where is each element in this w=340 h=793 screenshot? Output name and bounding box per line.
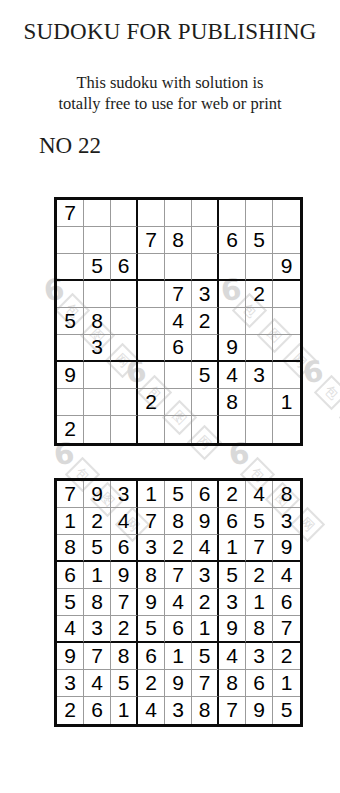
puzzle-cell	[219, 416, 246, 443]
solution-cell: 6	[57, 562, 84, 589]
solution-cell: 8	[138, 562, 165, 589]
solution-cell: 4	[84, 670, 111, 697]
watermark-tile: 包	[314, 375, 340, 410]
puzzle-cell: 3	[192, 281, 219, 308]
solution-cell: 3	[273, 508, 300, 535]
puzzle-cell	[192, 335, 219, 362]
solution-cell: 9	[192, 508, 219, 535]
puzzle-cell	[219, 308, 246, 335]
solution-cell: 1	[138, 481, 165, 508]
puzzle-cell: 4	[165, 308, 192, 335]
solution-cell: 1	[111, 697, 138, 724]
puzzle-cell: 8	[165, 227, 192, 254]
solution-cell: 9	[165, 670, 192, 697]
puzzle-cell	[138, 335, 165, 362]
puzzle-cell	[273, 227, 300, 254]
puzzle-cell	[219, 200, 246, 227]
solution-cell: 5	[192, 643, 219, 670]
solution-cell: 8	[192, 697, 219, 724]
page-title: SUDOKU FOR PUBLISHING	[0, 19, 340, 45]
puzzle-cell	[57, 227, 84, 254]
puzzle-cell	[111, 335, 138, 362]
solution-cell: 1	[273, 670, 300, 697]
watermark-logo-icon: 6	[301, 357, 325, 389]
puzzle-cell	[273, 416, 300, 443]
puzzle-cell	[84, 281, 111, 308]
puzzle-cell	[192, 200, 219, 227]
solution-cell: 4	[219, 643, 246, 670]
puzzle-cell	[219, 281, 246, 308]
puzzle-cell: 9	[57, 362, 84, 389]
puzzle-cell	[138, 416, 165, 443]
puzzle-cell: 5	[246, 227, 273, 254]
solution-cell: 2	[138, 670, 165, 697]
subtitle-line-1: This sudoku with solution is	[76, 73, 263, 92]
puzzle-cell: 8	[84, 308, 111, 335]
puzzle-cell	[246, 416, 273, 443]
solution-cell: 9	[273, 535, 300, 562]
puzzle-cell	[246, 308, 273, 335]
puzzle-cell: 2	[138, 389, 165, 416]
puzzle-cell	[57, 335, 84, 362]
puzzle-cell	[192, 416, 219, 443]
solution-cell: 9	[111, 562, 138, 589]
solution-cell: 8	[84, 589, 111, 616]
solution-cell: 6	[192, 481, 219, 508]
solution-cell: 3	[246, 643, 273, 670]
puzzle-cell	[246, 389, 273, 416]
solution-cell: 5	[273, 697, 300, 724]
puzzle-cell: 4	[219, 362, 246, 389]
solution-cell: 7	[165, 562, 192, 589]
solution-cell: 4	[273, 562, 300, 589]
puzzle-cell	[111, 362, 138, 389]
solution-cell: 3	[165, 697, 192, 724]
solution-cell: 7	[84, 643, 111, 670]
solution-cell: 1	[84, 562, 111, 589]
solution-cell: 9	[246, 697, 273, 724]
solution-cell: 3	[219, 589, 246, 616]
puzzle-cell	[192, 389, 219, 416]
solution-cell: 7	[111, 589, 138, 616]
puzzle-cell	[138, 200, 165, 227]
solution-cell: 1	[57, 508, 84, 535]
puzzle-cell	[84, 416, 111, 443]
solution-cell: 5	[138, 616, 165, 643]
solution-cell: 9	[84, 481, 111, 508]
solution-cell: 5	[84, 535, 111, 562]
solution-cell: 3	[111, 481, 138, 508]
solution-cell: 6	[219, 508, 246, 535]
solution-cell: 8	[111, 643, 138, 670]
puzzle-cell	[246, 254, 273, 281]
puzzle-cell: 9	[273, 254, 300, 281]
solution-cell: 5	[165, 481, 192, 508]
solution-cell: 9	[57, 643, 84, 670]
puzzle-cell	[192, 254, 219, 281]
puzzle-number: NO 22	[39, 133, 101, 159]
solution-cell: 5	[219, 562, 246, 589]
solution-cell: 7	[192, 670, 219, 697]
solution-cell: 4	[246, 481, 273, 508]
solution-cell: 9	[138, 589, 165, 616]
puzzle-cell: 6	[111, 254, 138, 281]
puzzle-cell: 5	[57, 308, 84, 335]
solution-cell: 3	[84, 616, 111, 643]
solution-cell: 6	[246, 670, 273, 697]
puzzle-grid: 77865569732584236995432812	[54, 197, 303, 446]
solution-cell: 1	[192, 616, 219, 643]
puzzle-cell	[111, 308, 138, 335]
solution-cell: 6	[273, 589, 300, 616]
solution-cell: 5	[111, 670, 138, 697]
puzzle-cell	[84, 227, 111, 254]
puzzle-cell	[273, 308, 300, 335]
solution-cell: 8	[165, 508, 192, 535]
puzzle-cell	[57, 389, 84, 416]
solution-cell: 6	[138, 643, 165, 670]
solution-cell: 7	[246, 535, 273, 562]
subtitle: This sudoku with solution istotally free…	[0, 72, 340, 114]
puzzle-cell	[57, 254, 84, 281]
solution-cell: 1	[165, 643, 192, 670]
puzzle-cell	[273, 281, 300, 308]
puzzle-cell	[165, 254, 192, 281]
solution-cell: 4	[192, 535, 219, 562]
puzzle-cell: 3	[246, 362, 273, 389]
puzzle-cell	[273, 200, 300, 227]
solution-cell: 2	[246, 562, 273, 589]
puzzle-cell: 6	[219, 227, 246, 254]
puzzle-cell: 2	[57, 416, 84, 443]
puzzle-cell	[165, 416, 192, 443]
puzzle-cell	[111, 200, 138, 227]
solution-cell: 8	[273, 481, 300, 508]
solution-cell: 7	[138, 508, 165, 535]
puzzle-cell	[165, 362, 192, 389]
solution-cell: 4	[57, 616, 84, 643]
puzzle-cell	[84, 200, 111, 227]
puzzle-cell	[246, 335, 273, 362]
puzzle-cell: 5	[84, 254, 111, 281]
solution-cell: 7	[219, 697, 246, 724]
puzzle-cell	[84, 362, 111, 389]
solution-cell: 7	[57, 481, 84, 508]
solution-cell: 4	[138, 697, 165, 724]
solution-cell: 2	[84, 508, 111, 535]
puzzle-cell	[246, 200, 273, 227]
puzzle-cell	[111, 227, 138, 254]
puzzle-cell	[192, 227, 219, 254]
solution-cell: 1	[219, 535, 246, 562]
puzzle-cell: 9	[219, 335, 246, 362]
solution-cell: 2	[273, 643, 300, 670]
puzzle-cell: 8	[219, 389, 246, 416]
solution-cell: 5	[246, 508, 273, 535]
puzzle-cell: 3	[84, 335, 111, 362]
solution-cell: 5	[57, 589, 84, 616]
puzzle-cell	[111, 416, 138, 443]
puzzle-cell: 2	[192, 308, 219, 335]
solution-cell: 9	[219, 616, 246, 643]
solution-cell: 2	[192, 589, 219, 616]
solution-cell: 6	[165, 616, 192, 643]
solution-grid: 7931562481247896538563241796198735245879…	[54, 478, 303, 727]
solution-cell: 3	[192, 562, 219, 589]
solution-cell: 2	[165, 535, 192, 562]
solution-cell: 4	[165, 589, 192, 616]
puzzle-cell: 1	[273, 389, 300, 416]
solution-cell: 6	[84, 697, 111, 724]
solution-cell: 2	[111, 616, 138, 643]
subtitle-line-2: totally free to use for web or print	[58, 94, 281, 113]
sudoku-sheet: 6包图网6包图网6包图网6包图网6包图网6包图网 SUDOKU FOR PUBL…	[0, 0, 340, 793]
puzzle-cell	[138, 281, 165, 308]
solution-cell: 1	[246, 589, 273, 616]
puzzle-cell	[165, 389, 192, 416]
puzzle-cell	[165, 200, 192, 227]
puzzle-cell: 5	[192, 362, 219, 389]
puzzle-cell: 7	[138, 227, 165, 254]
solution-cell: 6	[111, 535, 138, 562]
puzzle-cell: 6	[165, 335, 192, 362]
puzzle-cell	[57, 281, 84, 308]
solution-cell: 3	[57, 670, 84, 697]
puzzle-cell: 7	[165, 281, 192, 308]
solution-cell: 3	[138, 535, 165, 562]
solution-cell: 2	[219, 481, 246, 508]
solution-cell: 4	[111, 508, 138, 535]
puzzle-cell	[138, 362, 165, 389]
puzzle-cell	[111, 281, 138, 308]
solution-cell: 7	[273, 616, 300, 643]
puzzle-cell	[111, 389, 138, 416]
puzzle-cell: 2	[246, 281, 273, 308]
solution-cell: 8	[57, 535, 84, 562]
puzzle-cell	[273, 362, 300, 389]
puzzle-cell	[138, 254, 165, 281]
puzzle-cell	[219, 254, 246, 281]
puzzle-cell	[84, 389, 111, 416]
solution-cell: 2	[57, 697, 84, 724]
puzzle-cell	[138, 308, 165, 335]
solution-cell: 8	[219, 670, 246, 697]
puzzle-cell: 7	[57, 200, 84, 227]
solution-cell: 8	[246, 616, 273, 643]
puzzle-cell	[273, 335, 300, 362]
